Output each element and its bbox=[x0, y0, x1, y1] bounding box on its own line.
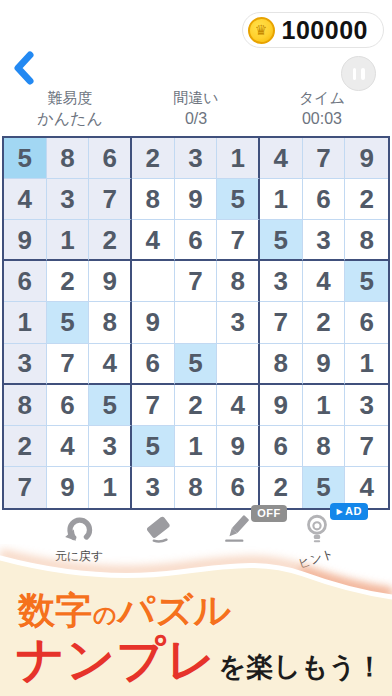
back-button[interactable] bbox=[10, 50, 38, 86]
cell-r1c9[interactable]: 9 bbox=[345, 138, 388, 179]
play-icon: ▶ bbox=[336, 507, 343, 517]
cell-r3c2[interactable]: 1 bbox=[47, 220, 90, 261]
cell-r5c1[interactable]: 1 bbox=[4, 302, 47, 343]
cell-r6c9[interactable]: 1 bbox=[345, 344, 388, 385]
cell-r2c5[interactable]: 9 bbox=[175, 179, 218, 220]
cell-r7c9[interactable]: 3 bbox=[345, 385, 388, 426]
undo-icon bbox=[62, 512, 96, 546]
cell-r9c6[interactable]: 6 bbox=[217, 467, 260, 508]
cell-r6c7[interactable]: 8 bbox=[260, 344, 303, 385]
cell-r3c4[interactable]: 4 bbox=[132, 220, 175, 261]
cell-r3c5[interactable]: 6 bbox=[175, 220, 218, 261]
cell-r9c3[interactable]: 1 bbox=[89, 467, 132, 508]
cell-r2c9[interactable]: 2 bbox=[345, 179, 388, 220]
cell-r4c5[interactable]: 7 bbox=[175, 261, 218, 302]
cell-r8c1[interactable]: 2 bbox=[4, 426, 47, 467]
cell-r2c7[interactable]: 1 bbox=[260, 179, 303, 220]
cell-r1c3[interactable]: 6 bbox=[89, 138, 132, 179]
cell-r1c6[interactable]: 1 bbox=[217, 138, 260, 179]
time-label: タイム bbox=[280, 88, 364, 108]
cell-r7c5[interactable]: 2 bbox=[175, 385, 218, 426]
cell-r7c8[interactable]: 1 bbox=[303, 385, 346, 426]
cell-r2c3[interactable]: 7 bbox=[89, 179, 132, 220]
cell-r1c4[interactable]: 2 bbox=[132, 138, 175, 179]
cell-r6c3[interactable]: 4 bbox=[89, 344, 132, 385]
cell-r7c2[interactable]: 6 bbox=[47, 385, 90, 426]
cell-r8c3[interactable]: 3 bbox=[89, 426, 132, 467]
cell-r5c9[interactable]: 6 bbox=[345, 302, 388, 343]
pause-icon bbox=[361, 68, 365, 80]
cell-r9c2[interactable]: 9 bbox=[47, 467, 90, 508]
cell-r1c2[interactable]: 8 bbox=[47, 138, 90, 179]
coin-count: 100000 bbox=[282, 16, 368, 45]
cell-r5c6[interactable]: 3 bbox=[217, 302, 260, 343]
chevron-left-icon bbox=[10, 50, 38, 86]
cell-r5c8[interactable]: 2 bbox=[303, 302, 346, 343]
cell-r2c2[interactable]: 3 bbox=[47, 179, 90, 220]
cell-r2c8[interactable]: 6 bbox=[303, 179, 346, 220]
cell-r2c4[interactable]: 8 bbox=[132, 179, 175, 220]
cell-r8c4[interactable]: 5 bbox=[132, 426, 175, 467]
cell-r1c5[interactable]: 3 bbox=[175, 138, 218, 179]
cell-r4c7[interactable]: 3 bbox=[260, 261, 303, 302]
cell-r6c8[interactable]: 9 bbox=[303, 344, 346, 385]
pause-icon bbox=[353, 68, 357, 80]
cell-r5c7[interactable]: 7 bbox=[260, 302, 303, 343]
cell-r4c3[interactable]: 9 bbox=[89, 261, 132, 302]
banner-tagline: を楽しもう！ bbox=[219, 649, 384, 685]
cell-r9c1[interactable]: 7 bbox=[4, 467, 47, 508]
sudoku-grid: 5862314794378951629124675386297834515893… bbox=[2, 136, 390, 510]
cell-r7c1[interactable]: 8 bbox=[4, 385, 47, 426]
cell-r5c5[interactable] bbox=[175, 302, 218, 343]
stat-difficulty: 難易度 かんたん bbox=[28, 88, 112, 130]
cell-r8c2[interactable]: 4 bbox=[47, 426, 90, 467]
time-value: 00:03 bbox=[280, 108, 364, 130]
cell-r7c4[interactable]: 7 bbox=[132, 385, 175, 426]
cell-r6c6[interactable] bbox=[217, 344, 260, 385]
pencil-icon bbox=[221, 512, 255, 546]
cell-r8c9[interactable]: 7 bbox=[345, 426, 388, 467]
stats-bar: 難易度 かんたん 間違い 0/3 タイム 00:03 bbox=[0, 88, 392, 130]
cell-r4c6[interactable]: 8 bbox=[217, 261, 260, 302]
cell-r7c6[interactable]: 4 bbox=[217, 385, 260, 426]
coin-icon: ♛ bbox=[248, 17, 275, 44]
coin-balance-pill[interactable]: ♛ 100000 bbox=[242, 12, 384, 48]
stat-mistakes: 間違い 0/3 bbox=[154, 88, 238, 130]
mistakes-value: 0/3 bbox=[154, 108, 238, 130]
cell-r6c1[interactable]: 3 bbox=[4, 344, 47, 385]
cell-r4c9[interactable]: 5 bbox=[345, 261, 388, 302]
cell-r7c3[interactable]: 5 bbox=[89, 385, 132, 426]
cell-r4c4[interactable] bbox=[132, 261, 175, 302]
difficulty-value: かんたん bbox=[28, 108, 112, 130]
pause-button[interactable] bbox=[341, 56, 376, 91]
banner-word-nanpure: ナンプレ bbox=[16, 628, 217, 692]
difficulty-label: 難易度 bbox=[28, 88, 112, 108]
cell-r4c1[interactable]: 6 bbox=[4, 261, 47, 302]
cell-r1c8[interactable]: 7 bbox=[303, 138, 346, 179]
cell-r4c8[interactable]: 4 bbox=[303, 261, 346, 302]
lightbulb-icon bbox=[300, 512, 334, 546]
cell-r9c7[interactable]: 2 bbox=[260, 467, 303, 508]
cell-r8c6[interactable]: 9 bbox=[217, 426, 260, 467]
cell-r8c7[interactable]: 6 bbox=[260, 426, 303, 467]
mistakes-label: 間違い bbox=[154, 88, 238, 108]
cell-r3c8[interactable]: 3 bbox=[303, 220, 346, 261]
cell-r1c7[interactable]: 4 bbox=[260, 138, 303, 179]
cell-r9c5[interactable]: 8 bbox=[175, 467, 218, 508]
cell-r3c9[interactable]: 8 bbox=[345, 220, 388, 261]
eraser-icon bbox=[141, 512, 175, 546]
banner-particle-no: の bbox=[93, 600, 117, 631]
cell-r1c1[interactable]: 5 bbox=[4, 138, 47, 179]
cell-r4c2[interactable]: 2 bbox=[47, 261, 90, 302]
cell-r5c4[interactable]: 9 bbox=[132, 302, 175, 343]
stat-time: タイム 00:03 bbox=[280, 88, 364, 130]
banner-subheadline: ナンプレ を楽しもう！ bbox=[16, 628, 383, 692]
cell-r3c1[interactable]: 9 bbox=[4, 220, 47, 261]
cell-r6c4[interactable]: 6 bbox=[132, 344, 175, 385]
cell-r2c1[interactable]: 4 bbox=[4, 179, 47, 220]
cell-r9c4[interactable]: 3 bbox=[132, 467, 175, 508]
cell-r5c2[interactable]: 5 bbox=[47, 302, 90, 343]
cell-r5c3[interactable]: 8 bbox=[89, 302, 132, 343]
cell-r3c3[interactable]: 2 bbox=[89, 220, 132, 261]
cell-r7c7[interactable]: 9 bbox=[260, 385, 303, 426]
cell-r8c8[interactable]: 8 bbox=[303, 426, 346, 467]
hint-ad-badge-text: AD bbox=[345, 505, 362, 518]
cell-r3c7[interactable]: 5 bbox=[260, 220, 303, 261]
cell-r6c2[interactable]: 7 bbox=[47, 344, 90, 385]
cell-r6c5[interactable]: 5 bbox=[175, 344, 218, 385]
cell-r8c5[interactable]: 1 bbox=[175, 426, 218, 467]
hint-ad-badge: ▶ AD bbox=[330, 503, 368, 520]
ad-banner[interactable]: 数字 の パズル ナンプレ を楽しもう！ bbox=[0, 544, 392, 696]
cell-r9c9[interactable]: 4 bbox=[345, 467, 388, 508]
cell-r2c6[interactable]: 5 bbox=[217, 179, 260, 220]
cell-r3c6[interactable]: 7 bbox=[217, 220, 260, 261]
cell-r9c8[interactable]: 5 bbox=[303, 467, 346, 508]
